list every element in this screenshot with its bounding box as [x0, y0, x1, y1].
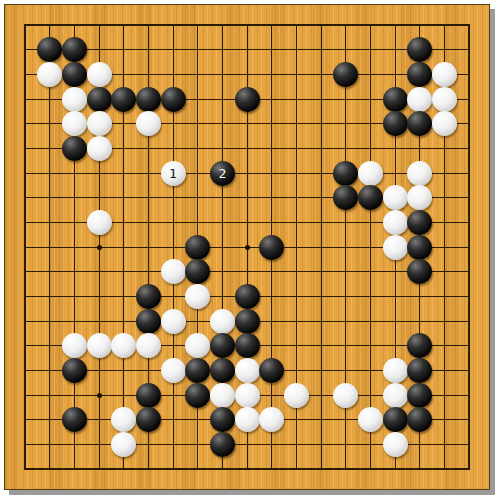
white-stone[interactable] [111, 432, 136, 457]
black-stone[interactable] [235, 333, 260, 358]
white-stone[interactable] [87, 333, 112, 358]
white-stone[interactable] [235, 358, 260, 383]
white-stone[interactable] [210, 383, 235, 408]
black-stone[interactable] [210, 333, 235, 358]
white-stone[interactable] [432, 62, 457, 87]
black-stone[interactable] [333, 62, 358, 87]
black-stone[interactable] [407, 235, 432, 260]
white-stone[interactable] [383, 383, 408, 408]
white-stone[interactable] [407, 87, 432, 112]
black-stone[interactable] [136, 383, 161, 408]
black-stone[interactable] [62, 37, 87, 62]
black-stone[interactable] [259, 235, 284, 260]
black-stone[interactable] [407, 210, 432, 235]
white-stone[interactable] [136, 111, 161, 136]
white-stone[interactable] [432, 87, 457, 112]
white-stone[interactable] [62, 333, 87, 358]
black-stone[interactable] [235, 309, 260, 334]
white-stone[interactable] [161, 309, 186, 334]
white-stone[interactable] [161, 358, 186, 383]
black-stone[interactable] [185, 358, 210, 383]
star-point [245, 245, 250, 250]
white-stone[interactable] [161, 259, 186, 284]
white-stone[interactable] [383, 235, 408, 260]
star-point [97, 393, 102, 398]
black-stone[interactable] [383, 87, 408, 112]
star-point [97, 245, 102, 250]
white-stone[interactable] [87, 111, 112, 136]
move-number-label: 2 [218, 167, 226, 180]
black-stone[interactable] [210, 358, 235, 383]
black-stone[interactable] [358, 185, 383, 210]
black-stone[interactable] [136, 309, 161, 334]
black-stone[interactable] [407, 383, 432, 408]
white-stone[interactable] [37, 62, 62, 87]
white-stone[interactable] [62, 111, 87, 136]
black-stone[interactable] [383, 407, 408, 432]
white-stone[interactable] [383, 358, 408, 383]
grid-line-horizontal [25, 271, 469, 272]
white-stone[interactable] [383, 210, 408, 235]
black-stone[interactable] [136, 407, 161, 432]
black-stone[interactable] [235, 87, 260, 112]
white-stone[interactable] [87, 136, 112, 161]
black-stone[interactable] [210, 407, 235, 432]
grid-line-vertical [321, 25, 322, 469]
black-stone[interactable] [185, 383, 210, 408]
white-stone[interactable] [185, 284, 210, 309]
go-board: 12 [4, 4, 490, 490]
black-stone[interactable] [235, 284, 260, 309]
white-stone[interactable] [136, 333, 161, 358]
white-stone[interactable] [284, 383, 309, 408]
black-stone[interactable] [62, 136, 87, 161]
white-stone[interactable] [432, 111, 457, 136]
black-stone[interactable] [333, 161, 358, 186]
white-stone[interactable] [358, 161, 383, 186]
move-2-stone[interactable]: 2 [210, 161, 235, 186]
white-stone[interactable] [235, 407, 260, 432]
white-stone[interactable] [87, 62, 112, 87]
black-stone[interactable] [136, 284, 161, 309]
black-stone[interactable] [62, 407, 87, 432]
black-stone[interactable] [62, 358, 87, 383]
white-stone[interactable] [407, 161, 432, 186]
black-stone[interactable] [407, 62, 432, 87]
page: 12 [0, 0, 500, 500]
white-stone[interactable] [210, 309, 235, 334]
move-number-label: 1 [169, 167, 177, 180]
black-stone[interactable] [62, 62, 87, 87]
white-stone[interactable] [235, 383, 260, 408]
black-stone[interactable] [185, 235, 210, 260]
white-stone[interactable] [358, 407, 383, 432]
move-1-stone[interactable]: 1 [161, 161, 186, 186]
black-stone[interactable] [407, 358, 432, 383]
white-stone[interactable] [333, 383, 358, 408]
white-stone[interactable] [62, 87, 87, 112]
white-stone[interactable] [383, 185, 408, 210]
white-stone[interactable] [383, 432, 408, 457]
black-stone[interactable] [383, 111, 408, 136]
grid-line-vertical [370, 25, 371, 469]
black-stone[interactable] [161, 87, 186, 112]
black-stone[interactable] [259, 358, 284, 383]
black-stone[interactable] [87, 87, 112, 112]
black-stone[interactable] [111, 87, 136, 112]
black-stone[interactable] [210, 432, 235, 457]
white-stone[interactable] [87, 210, 112, 235]
black-stone[interactable] [136, 87, 161, 112]
